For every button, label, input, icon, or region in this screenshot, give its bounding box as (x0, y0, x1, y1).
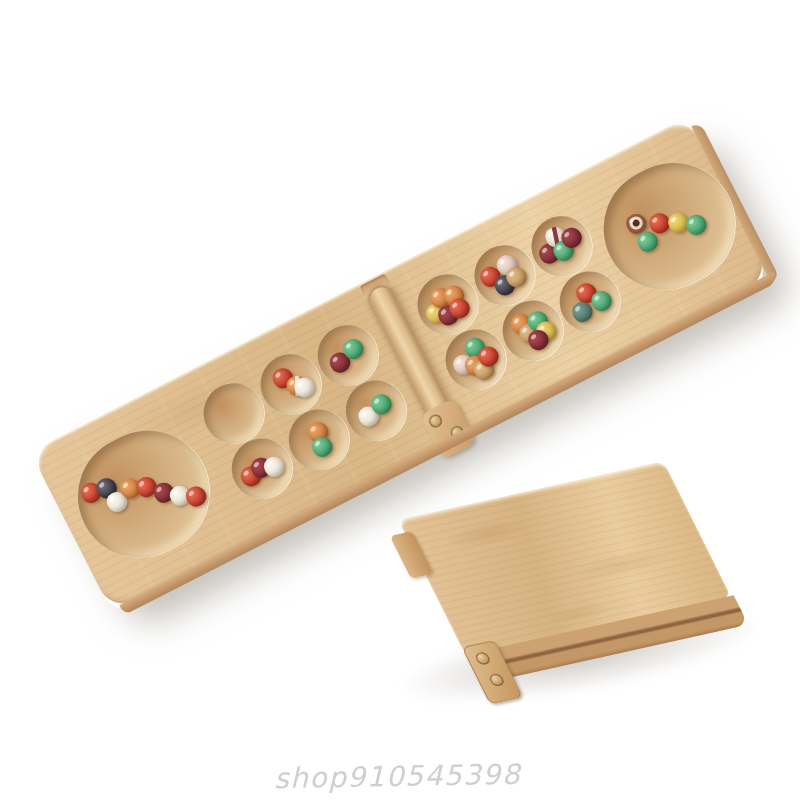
mancala-board-folded (398, 461, 732, 656)
product-photo: shop910545398 (0, 0, 800, 800)
hinge-pin (473, 651, 492, 666)
folded-hinge-tab (390, 531, 434, 578)
hinge-pin (487, 673, 506, 688)
stone-green (683, 211, 710, 238)
store-left (57, 410, 230, 579)
stone-red (183, 483, 210, 510)
watermark-text: shop910545398 (274, 758, 522, 795)
hinge-pin (448, 424, 465, 441)
pits-grid (193, 206, 630, 509)
